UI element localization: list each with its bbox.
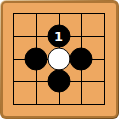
go-board-grid[interactable]: 1: [13, 13, 104, 104]
go-stone-white[interactable]: [47, 47, 70, 70]
go-board[interactable]: 1: [3, 3, 116, 116]
stone-move-number: 1: [54, 29, 63, 42]
go-board-frame: 1: [1, 1, 118, 118]
go-board-outer-bevel: 1: [0, 0, 119, 119]
go-stone-black[interactable]: [70, 47, 93, 70]
go-stone-black[interactable]: [24, 47, 47, 70]
grid-line-vertical: [104, 13, 105, 105]
grid-line-horizontal: [13, 104, 104, 105]
go-stone-black[interactable]: 1: [47, 24, 70, 47]
go-stone-black[interactable]: [47, 70, 70, 93]
